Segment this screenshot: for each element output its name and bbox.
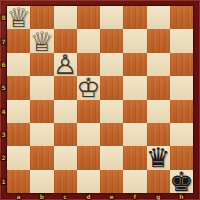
- rank-label-8: 8: [0, 6, 7, 29]
- square-g7[interactable]: [147, 29, 170, 52]
- square-f6[interactable]: [123, 53, 146, 76]
- square-a3[interactable]: [7, 123, 30, 146]
- chess-board: ♕♕♙♔♛♚: [7, 6, 193, 193]
- square-e1[interactable]: [100, 170, 123, 193]
- square-h6[interactable]: [170, 53, 193, 76]
- chess-diagram: ♕♕♙♔♛♚ 87654321 abcdefgh: [0, 0, 200, 200]
- square-b1[interactable]: [30, 170, 53, 193]
- square-e6[interactable]: [100, 53, 123, 76]
- square-a1[interactable]: [7, 170, 30, 193]
- square-h8[interactable]: [170, 6, 193, 29]
- rank-label-1: 1: [0, 170, 7, 193]
- file-labels: abcdefgh: [7, 193, 193, 200]
- file-label-h: h: [170, 193, 193, 200]
- square-a6[interactable]: [7, 53, 30, 76]
- square-d1[interactable]: [77, 170, 100, 193]
- square-d8[interactable]: [77, 6, 100, 29]
- square-e2[interactable]: [100, 146, 123, 169]
- square-h4[interactable]: [170, 100, 193, 123]
- square-f3[interactable]: [123, 123, 146, 146]
- square-d2[interactable]: [77, 146, 100, 169]
- square-d5[interactable]: ♔: [77, 76, 100, 99]
- square-c5[interactable]: [54, 76, 77, 99]
- file-label-g: g: [147, 193, 170, 200]
- square-a4[interactable]: [7, 100, 30, 123]
- square-c4[interactable]: [54, 100, 77, 123]
- square-a5[interactable]: [7, 76, 30, 99]
- square-g6[interactable]: [147, 53, 170, 76]
- black-queen[interactable]: ♛: [147, 146, 170, 169]
- square-e3[interactable]: [100, 123, 123, 146]
- square-g5[interactable]: [147, 76, 170, 99]
- square-b7[interactable]: ♕: [30, 29, 53, 52]
- square-d7[interactable]: [77, 29, 100, 52]
- square-c1[interactable]: [54, 170, 77, 193]
- square-h5[interactable]: [170, 76, 193, 99]
- square-d4[interactable]: [77, 100, 100, 123]
- square-f2[interactable]: [123, 146, 146, 169]
- black-king[interactable]: ♚: [170, 170, 193, 193]
- square-g8[interactable]: [147, 6, 170, 29]
- rank-label-2: 2: [0, 146, 7, 169]
- square-f8[interactable]: [123, 6, 146, 29]
- square-f4[interactable]: [123, 100, 146, 123]
- rank-label-6: 6: [0, 53, 7, 76]
- square-a8[interactable]: ♕: [7, 6, 30, 29]
- square-b4[interactable]: [30, 100, 53, 123]
- square-g1[interactable]: [147, 170, 170, 193]
- square-h1[interactable]: ♚: [170, 170, 193, 193]
- rank-label-3: 3: [0, 123, 7, 146]
- square-c3[interactable]: [54, 123, 77, 146]
- square-b2[interactable]: [30, 146, 53, 169]
- square-b6[interactable]: [30, 53, 53, 76]
- file-label-e: e: [100, 193, 123, 200]
- white-king[interactable]: ♔: [77, 76, 100, 99]
- square-f1[interactable]: [123, 170, 146, 193]
- file-label-b: b: [30, 193, 53, 200]
- square-e8[interactable]: [100, 6, 123, 29]
- file-label-f: f: [123, 193, 146, 200]
- square-g2[interactable]: ♛: [147, 146, 170, 169]
- square-e7[interactable]: [100, 29, 123, 52]
- square-a7[interactable]: [7, 29, 30, 52]
- rank-label-5: 5: [0, 76, 7, 99]
- white-queen[interactable]: ♕: [30, 29, 53, 52]
- square-h7[interactable]: [170, 29, 193, 52]
- square-b5[interactable]: [30, 76, 53, 99]
- white-pawn[interactable]: ♙: [54, 53, 77, 76]
- file-label-c: c: [54, 193, 77, 200]
- rank-labels: 87654321: [0, 6, 7, 193]
- square-e5[interactable]: [100, 76, 123, 99]
- square-c2[interactable]: [54, 146, 77, 169]
- file-label-a: a: [7, 193, 30, 200]
- square-e4[interactable]: [100, 100, 123, 123]
- rank-label-7: 7: [0, 29, 7, 52]
- square-g4[interactable]: [147, 100, 170, 123]
- white-queen[interactable]: ♕: [7, 6, 30, 29]
- square-c6[interactable]: ♙: [54, 53, 77, 76]
- file-label-d: d: [77, 193, 100, 200]
- square-b3[interactable]: [30, 123, 53, 146]
- square-f5[interactable]: [123, 76, 146, 99]
- square-c8[interactable]: [54, 6, 77, 29]
- square-f7[interactable]: [123, 29, 146, 52]
- square-d3[interactable]: [77, 123, 100, 146]
- square-a2[interactable]: [7, 146, 30, 169]
- square-h3[interactable]: [170, 123, 193, 146]
- rank-label-4: 4: [0, 100, 7, 123]
